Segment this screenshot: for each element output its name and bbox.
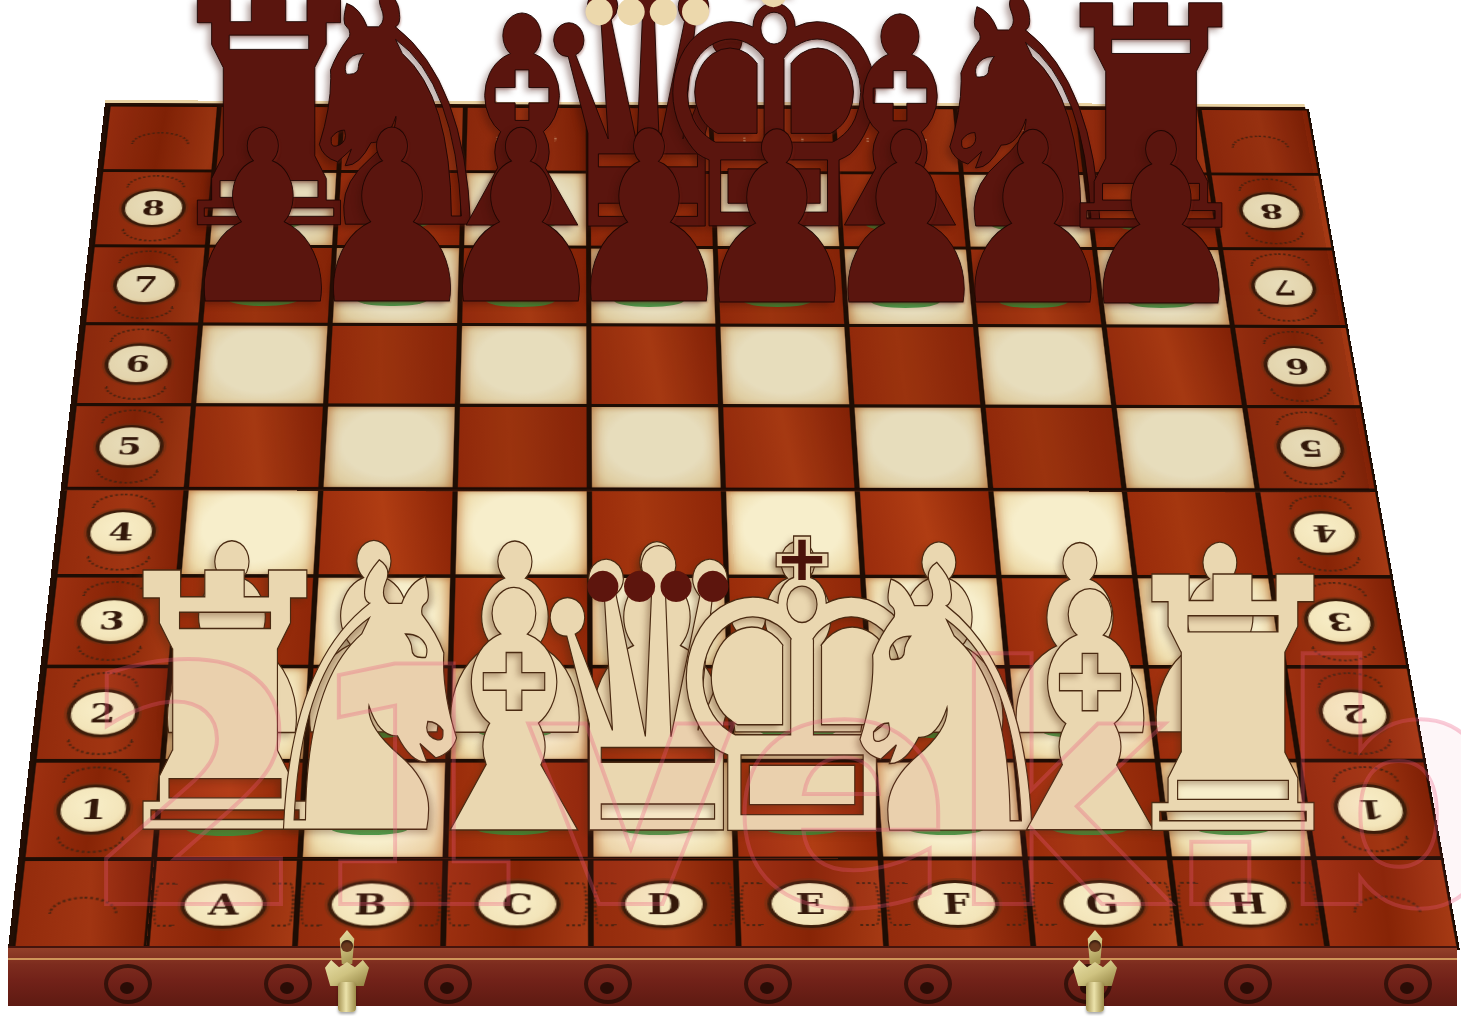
square-d6 [589,325,721,406]
square-f6 [847,325,983,406]
queen-crown-accent: ●●●● [583,0,712,27]
square-d5 [589,405,723,489]
ornament-arc [1351,895,1422,912]
rank-label-left-8: 8 [92,171,213,246]
clasp-right [1073,930,1117,1014]
clasp-left [325,930,369,1014]
rank-label-right-1: 1 [1299,761,1444,859]
ornament-arc [1270,388,1334,402]
square-f3 [863,576,1008,666]
square-e4 [723,489,862,576]
square-e6 [718,325,852,406]
square-c5 [455,405,589,489]
ornament-arc [151,883,178,927]
ornament-arc [1283,471,1348,485]
chess-set-photo: 8877665544332211ABCDEFGH ♜♞♝♛●●●●♚●♝♞♜♟♟… [0,0,1461,1016]
square-c6 [457,325,589,406]
rank-label-right-4: 4 [1257,490,1393,577]
square-d8 [588,172,715,247]
square-h2 [1146,667,1299,761]
square-e5 [721,406,858,490]
square-b2 [305,667,450,761]
square-a4 [179,489,321,576]
ornament-arc [1274,411,1338,425]
square-d3 [590,576,730,666]
ornament-arc [1261,331,1324,344]
square-e3 [726,576,868,666]
square-f2 [868,667,1016,761]
ornament-arc [1175,882,1203,926]
rank-label-left-4: 4 [55,489,186,576]
front-circle-icon [744,964,792,1004]
square-g2 [1007,667,1157,761]
square-b7 [330,246,461,324]
rank-label-left-5: 5 [65,405,194,489]
rank-label-right-5: 5 [1245,407,1378,491]
front-ornament-circles [104,964,1432,1004]
diamond-icon [372,128,434,150]
square-b8 [335,171,464,246]
ornament-arc [101,409,165,423]
square-h7 [1094,248,1232,326]
square-g7 [968,248,1104,326]
square-a8 [207,171,339,246]
ornament-arc [856,882,882,926]
ornament-diamond [588,107,713,173]
ornament-arc [126,175,186,188]
square-a5 [186,405,325,489]
rank-label-left-3: 3 [44,576,178,667]
ornament-arc [418,882,442,926]
ornament-arc [270,883,296,927]
ornament-arc [1257,309,1319,322]
front-circle-icon [904,964,952,1004]
ornament-arc [1311,646,1378,661]
ornament-arc [1341,836,1411,853]
square-d1 [590,761,735,859]
square-h6 [1104,326,1245,407]
rank-label-right-6: 6 [1232,326,1362,407]
file-label-D: D [591,859,739,951]
ornament-arc [885,882,911,926]
ornament-arc [1330,766,1399,782]
frame-corner [1314,858,1460,950]
square-g5 [983,406,1124,490]
square-c3 [450,576,590,667]
rank-label-left-7: 7 [83,246,207,324]
square-c4 [453,489,590,576]
square-f8 [837,173,968,248]
ornament-diamond [833,108,961,174]
ornament-arc [110,328,173,341]
file-label-A: A [146,859,300,951]
diamond-icon [1111,130,1174,151]
square-f1 [874,761,1025,859]
ornament-arc [112,306,174,319]
square-g3 [999,577,1146,667]
ornament-arc [1297,557,1363,572]
square-b1 [300,761,448,859]
square-h8 [1085,174,1220,249]
rank-label-left-6: 6 [74,324,200,405]
ornament-arc [1326,739,1395,755]
square-f5 [852,406,991,490]
ornament-arc [48,896,119,913]
file-label-B: B [295,859,446,951]
square-h4 [1124,490,1270,577]
box-front-edge [8,946,1457,1006]
ornament-arc [94,469,159,483]
clasp-hasp-icon [1086,982,1104,1012]
file-label-C: C [443,859,591,951]
ornament-arc [65,739,134,755]
square-e7 [715,247,846,325]
file-label-E: E [736,858,887,950]
square-c1 [445,761,590,859]
frame-corner [1199,109,1321,175]
ornament-arc [1292,882,1321,926]
square-b3 [311,576,453,667]
square-g4 [991,490,1135,577]
ornament-arc [1147,882,1175,926]
square-b5 [321,405,458,489]
ornament-diamond [464,106,589,172]
ornament-arc [739,882,764,926]
square-c2 [448,667,590,761]
diamond-icon [247,127,309,149]
diamond-icon [989,130,1052,151]
front-circle-icon [1224,964,1272,1004]
ornament-arc [1030,882,1057,926]
ornament-diamond [711,107,838,173]
diamond-icon [496,128,557,150]
front-circle-icon [264,964,312,1004]
square-a6 [194,324,331,405]
square-a3 [171,576,316,667]
ornament-diamond [955,108,1085,174]
rank-label-left-2: 2 [34,666,171,760]
ornament-arc [103,386,166,400]
square-h3 [1135,577,1285,667]
ornament-diamond [214,105,343,171]
square-f7 [842,248,976,326]
clasp-plate-icon [1082,930,1108,964]
square-c8 [462,172,589,247]
ornament-arc [446,882,470,926]
ornament-arc [1287,495,1352,509]
ornament-arc [1301,582,1367,597]
ornament-arc [131,132,191,144]
rank-label-right-8: 8 [1209,174,1334,249]
chess-board: 8877665544332211ABCDEFGH [8,103,1455,948]
square-d7 [589,247,718,325]
frame-corner [12,859,154,951]
square-e8 [713,172,842,247]
ornament-arc [1002,882,1029,926]
rank-label-right-3: 3 [1271,577,1409,667]
front-circle-icon [424,964,472,1004]
ornament-diamond [339,106,466,172]
square-h5 [1114,406,1257,490]
ornament-arc [85,556,151,571]
square-a2 [163,666,311,760]
ornament-arc [72,672,140,688]
ornament-diamond [1077,108,1209,174]
ornament-arc [711,882,735,926]
rank-label-right-7: 7 [1221,249,1348,327]
square-h1 [1157,761,1313,859]
square-d4 [589,489,726,576]
square-e1 [732,761,880,859]
diamond-icon [743,129,804,150]
file-label-H: H [1169,858,1327,950]
ornament-arc [120,229,181,242]
file-label-F: F [881,858,1034,950]
clasp-plate-icon [334,930,360,964]
ornament-arc [1248,253,1310,266]
diamond-icon [866,129,928,150]
ornament-arc [62,766,131,782]
ornament-arc [75,646,142,661]
square-a1 [154,761,305,859]
diamond-icon [620,129,681,151]
ornament-arc [1245,232,1306,245]
square-a7 [201,246,335,324]
rank-label-right-2: 2 [1284,667,1426,761]
king-crown-accent: ● [758,0,790,9]
ornament-arc [82,581,148,596]
square-f4 [857,490,999,577]
square-g8 [961,173,1094,248]
front-circle-icon [104,964,152,1004]
square-c7 [460,247,589,325]
ornament-arc [565,882,588,926]
clasp-hasp-icon [338,982,356,1012]
ornament-arc [55,837,125,854]
ornament-arc [1230,135,1290,147]
square-e2 [729,667,874,761]
ornament-arc [594,882,617,926]
ornament-arc [118,250,179,263]
frame-corner [101,105,220,171]
square-d2 [590,667,732,761]
square-b4 [316,489,455,576]
square-g1 [1016,761,1169,859]
front-circle-icon [584,964,632,1004]
ornament-arc [1236,178,1296,190]
ornament-arc [1315,672,1383,687]
front-circle-icon [1384,964,1432,1004]
gold-pinstripe [8,958,1457,960]
rank-label-left-1: 1 [23,761,163,859]
square-g6 [975,326,1113,407]
ornament-arc [299,883,324,927]
ornament-arc [92,494,157,508]
square-b6 [326,324,460,405]
